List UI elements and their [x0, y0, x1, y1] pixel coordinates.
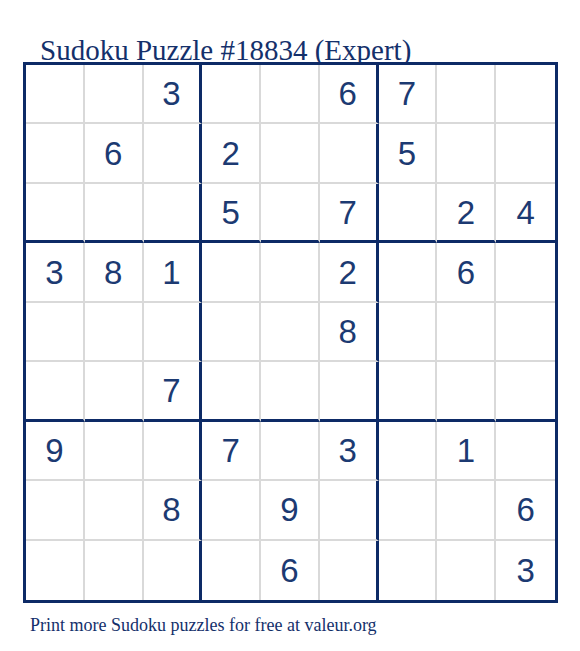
cell-r8c2-empty [85, 481, 144, 540]
cell-r2c3-empty [144, 124, 203, 183]
cell-r7c5-empty [261, 422, 320, 481]
cell-r8c1-empty [26, 481, 85, 540]
cell-r7c7-empty [379, 422, 438, 481]
cell-r2c7-given: 5 [379, 124, 438, 183]
cell-r9c4-empty [202, 541, 261, 600]
cell-r5c2-empty [85, 303, 144, 362]
cell-r8c4-empty [202, 481, 261, 540]
cell-r8c3-given: 8 [144, 481, 203, 540]
cell-r9c6-empty [320, 541, 379, 600]
cell-r6c3-given: 7 [144, 362, 203, 421]
cell-r4c3-given: 1 [144, 243, 203, 302]
cell-r6c7-empty [379, 362, 438, 421]
cell-r9c3-empty [144, 541, 203, 600]
cell-r8c9-given: 6 [496, 481, 555, 540]
cell-r3c1-empty [26, 184, 85, 243]
cell-r3c5-empty [261, 184, 320, 243]
cell-r1c8-empty [437, 65, 496, 124]
cell-r1c4-empty [202, 65, 261, 124]
cell-r3c8-given: 2 [437, 184, 496, 243]
cell-r7c3-empty [144, 422, 203, 481]
cell-r3c2-empty [85, 184, 144, 243]
cell-r4c5-empty [261, 243, 320, 302]
cell-r1c1-empty [26, 65, 85, 124]
cell-r7c9-empty [496, 422, 555, 481]
cell-r5c3-empty [144, 303, 203, 362]
cell-r8c8-empty [437, 481, 496, 540]
cell-r2c6-empty [320, 124, 379, 183]
cell-r8c7-empty [379, 481, 438, 540]
cell-r1c3-given: 3 [144, 65, 203, 124]
cell-r3c6-given: 7 [320, 184, 379, 243]
cell-r5c9-empty [496, 303, 555, 362]
cell-r6c2-empty [85, 362, 144, 421]
cell-r6c6-empty [320, 362, 379, 421]
cell-r7c2-empty [85, 422, 144, 481]
cell-r3c3-empty [144, 184, 203, 243]
cell-r7c4-given: 7 [202, 422, 261, 481]
cell-r4c1-given: 3 [26, 243, 85, 302]
cell-r5c5-empty [261, 303, 320, 362]
cell-r2c2-given: 6 [85, 124, 144, 183]
cell-r1c2-empty [85, 65, 144, 124]
cell-r1c5-empty [261, 65, 320, 124]
cell-r3c7-empty [379, 184, 438, 243]
sudoku-board: 36762557243812687973189663 [23, 62, 558, 603]
cell-r6c8-empty [437, 362, 496, 421]
cell-r9c5-given: 6 [261, 541, 320, 600]
cell-r7c1-given: 9 [26, 422, 85, 481]
cell-r9c2-empty [85, 541, 144, 600]
cell-r4c6-given: 2 [320, 243, 379, 302]
cell-r4c4-empty [202, 243, 261, 302]
cell-r9c9-given: 3 [496, 541, 555, 600]
cell-r4c2-given: 8 [85, 243, 144, 302]
cell-r2c1-empty [26, 124, 85, 183]
cell-r1c6-given: 6 [320, 65, 379, 124]
cell-r7c8-given: 1 [437, 422, 496, 481]
cell-r2c9-empty [496, 124, 555, 183]
cell-r4c9-empty [496, 243, 555, 302]
cell-r8c5-given: 9 [261, 481, 320, 540]
cell-r1c9-empty [496, 65, 555, 124]
cell-r4c8-given: 6 [437, 243, 496, 302]
cell-r5c1-empty [26, 303, 85, 362]
cell-r6c4-empty [202, 362, 261, 421]
cell-r3c9-given: 4 [496, 184, 555, 243]
cell-r5c8-empty [437, 303, 496, 362]
cell-r6c1-empty [26, 362, 85, 421]
cell-r3c4-given: 5 [202, 184, 261, 243]
cell-r9c7-empty [379, 541, 438, 600]
footer-text: Print more Sudoku puzzles for free at va… [30, 615, 377, 636]
cell-r9c1-empty [26, 541, 85, 600]
cell-r8c6-empty [320, 481, 379, 540]
cell-r6c5-empty [261, 362, 320, 421]
cell-r2c4-given: 2 [202, 124, 261, 183]
cell-r5c7-empty [379, 303, 438, 362]
cell-r2c5-empty [261, 124, 320, 183]
cell-r4c7-empty [379, 243, 438, 302]
cell-r5c6-given: 8 [320, 303, 379, 362]
cell-r2c8-empty [437, 124, 496, 183]
cell-r1c7-given: 7 [379, 65, 438, 124]
cell-r9c8-empty [437, 541, 496, 600]
cell-r5c4-empty [202, 303, 261, 362]
cell-r7c6-given: 3 [320, 422, 379, 481]
cell-r6c9-empty [496, 362, 555, 421]
